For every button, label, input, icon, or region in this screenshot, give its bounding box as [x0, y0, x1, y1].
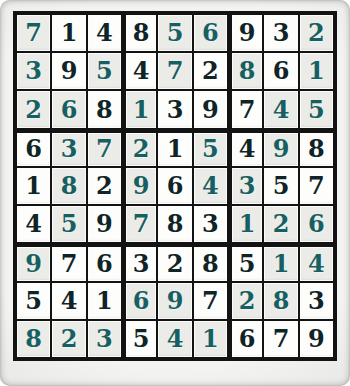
- cell-r9c9[interactable]: 9: [300, 321, 333, 357]
- cell-r4c4[interactable]: 2: [123, 130, 156, 166]
- cell-r5c4[interactable]: 9: [123, 168, 156, 204]
- cell-r5c8[interactable]: 5: [264, 168, 297, 204]
- cell-r6c9[interactable]: 6: [300, 206, 333, 242]
- cell-r3c2[interactable]: 6: [52, 91, 85, 127]
- cell-r1c2[interactable]: 1: [52, 15, 85, 51]
- cell-r1c4[interactable]: 8: [123, 15, 156, 51]
- cell-r2c2[interactable]: 9: [52, 53, 85, 89]
- cell-r1c1[interactable]: 7: [17, 15, 50, 51]
- cell-r4c8[interactable]: 9: [264, 130, 297, 166]
- cell-r5c3[interactable]: 2: [88, 168, 121, 204]
- cell-r2c6[interactable]: 2: [194, 53, 227, 89]
- cell-r5c6[interactable]: 4: [194, 168, 227, 204]
- cell-r7c5[interactable]: 2: [158, 244, 191, 280]
- cell-r3c5[interactable]: 3: [158, 91, 191, 127]
- cell-r1c8[interactable]: 3: [264, 15, 297, 51]
- cell-r4c9[interactable]: 8: [300, 130, 333, 166]
- cell-r6c3[interactable]: 9: [88, 206, 121, 242]
- cell-r2c5[interactable]: 7: [158, 53, 191, 89]
- cell-r4c7[interactable]: 4: [229, 130, 262, 166]
- cell-r8c6[interactable]: 7: [194, 283, 227, 319]
- cell-r2c9[interactable]: 1: [300, 53, 333, 89]
- cell-r9c7[interactable]: 6: [229, 321, 262, 357]
- cell-r2c4[interactable]: 4: [123, 53, 156, 89]
- cell-r4c5[interactable]: 1: [158, 130, 191, 166]
- cell-r3c6[interactable]: 9: [194, 91, 227, 127]
- cell-r6c2[interactable]: 5: [52, 206, 85, 242]
- cell-r7c3[interactable]: 6: [88, 244, 121, 280]
- cell-r8c5[interactable]: 9: [158, 283, 191, 319]
- cell-r6c4[interactable]: 7: [123, 206, 156, 242]
- sudoku-board: 7148569323954728612681397456372154981829…: [13, 11, 337, 361]
- cell-r3c9[interactable]: 5: [300, 91, 333, 127]
- cell-r5c5[interactable]: 6: [158, 168, 191, 204]
- cell-r7c6[interactable]: 8: [194, 244, 227, 280]
- cell-r6c5[interactable]: 8: [158, 206, 191, 242]
- cell-r1c5[interactable]: 5: [158, 15, 191, 51]
- cell-r8c7[interactable]: 2: [229, 283, 262, 319]
- cell-r8c2[interactable]: 4: [52, 283, 85, 319]
- cell-r9c1[interactable]: 8: [17, 321, 50, 357]
- cell-r6c1[interactable]: 4: [17, 206, 50, 242]
- cell-r2c8[interactable]: 6: [264, 53, 297, 89]
- cell-r1c7[interactable]: 9: [229, 15, 262, 51]
- cell-r1c6[interactable]: 6: [194, 15, 227, 51]
- cell-r9c5[interactable]: 4: [158, 321, 191, 357]
- cell-r6c6[interactable]: 3: [194, 206, 227, 242]
- cell-r9c6[interactable]: 1: [194, 321, 227, 357]
- cell-r4c2[interactable]: 3: [52, 130, 85, 166]
- cell-r5c1[interactable]: 1: [17, 168, 50, 204]
- cell-r3c1[interactable]: 2: [17, 91, 50, 127]
- cell-r4c3[interactable]: 7: [88, 130, 121, 166]
- cell-r1c9[interactable]: 2: [300, 15, 333, 51]
- cell-r2c1[interactable]: 3: [17, 53, 50, 89]
- cell-r1c3[interactable]: 4: [88, 15, 121, 51]
- cell-r7c7[interactable]: 5: [229, 244, 262, 280]
- cell-r7c4[interactable]: 3: [123, 244, 156, 280]
- cell-r7c8[interactable]: 1: [264, 244, 297, 280]
- cell-r9c4[interactable]: 5: [123, 321, 156, 357]
- cell-r3c4[interactable]: 1: [123, 91, 156, 127]
- cell-r8c8[interactable]: 8: [264, 283, 297, 319]
- cell-r3c3[interactable]: 8: [88, 91, 121, 127]
- cell-r9c8[interactable]: 7: [264, 321, 297, 357]
- cell-r5c7[interactable]: 3: [229, 168, 262, 204]
- cell-r2c3[interactable]: 5: [88, 53, 121, 89]
- cell-r8c9[interactable]: 3: [300, 283, 333, 319]
- cell-r7c9[interactable]: 4: [300, 244, 333, 280]
- cell-r5c9[interactable]: 7: [300, 168, 333, 204]
- cell-r2c7[interactable]: 8: [229, 53, 262, 89]
- cell-r6c8[interactable]: 2: [264, 206, 297, 242]
- cell-r4c1[interactable]: 6: [17, 130, 50, 166]
- cell-r7c2[interactable]: 7: [52, 244, 85, 280]
- cell-r8c1[interactable]: 5: [17, 283, 50, 319]
- cell-r8c4[interactable]: 6: [123, 283, 156, 319]
- cell-r4c6[interactable]: 5: [194, 130, 227, 166]
- cell-r6c7[interactable]: 1: [229, 206, 262, 242]
- page-background: 7148569323954728612681397456372154981829…: [0, 0, 350, 386]
- cell-r8c3[interactable]: 1: [88, 283, 121, 319]
- cell-r9c2[interactable]: 2: [52, 321, 85, 357]
- cell-r9c3[interactable]: 3: [88, 321, 121, 357]
- cell-r3c7[interactable]: 7: [229, 91, 262, 127]
- cell-r3c8[interactable]: 4: [264, 91, 297, 127]
- cell-r5c2[interactable]: 8: [52, 168, 85, 204]
- cell-r7c1[interactable]: 9: [17, 244, 50, 280]
